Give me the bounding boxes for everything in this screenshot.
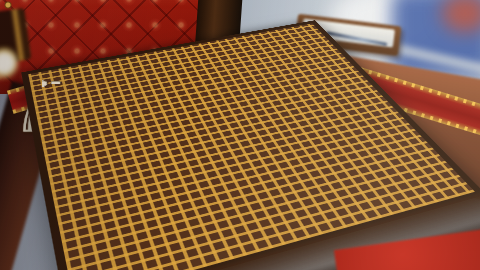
- game-scene: ♜♞♝♛♚♝♞♜♟♟♟♟♟♟♟♟♟♟♟♟♟♟♟♟♜♞♝♛♚♝♞♜: [0, 0, 480, 270]
- gold-trim-ring: [27, 73, 58, 77]
